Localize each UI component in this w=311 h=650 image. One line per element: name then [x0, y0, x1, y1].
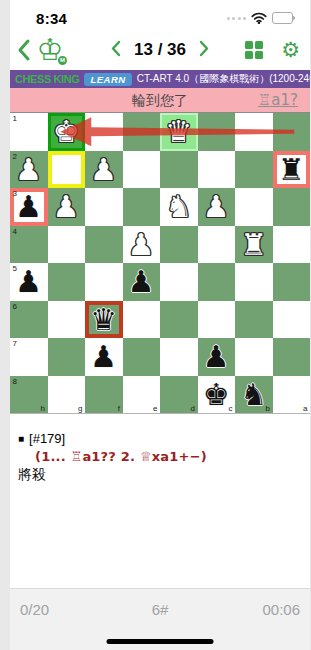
board-grid: 1♚♛♟2♟♜♟3♟♞♟4♟♜♟5♟6♛7♟♟8hgfed♚c♞ba — [10, 113, 310, 413]
footer-bar: 0/20 6# 00:06 — [10, 588, 310, 650]
learn-badge: LEARN — [84, 73, 131, 86]
file-label-d: d — [191, 404, 195, 413]
square-a2[interactable]: ♜ — [273, 151, 311, 189]
annotation-panel: ■ [#179] (1... ♖a1?? 2. ♕xa1+−) 將殺 — [18, 431, 302, 484]
square-a4[interactable] — [273, 226, 311, 264]
square-d2[interactable] — [160, 151, 198, 189]
prompt-banner: 輪到您了 ♖a1? — [10, 88, 310, 113]
brand-bar: CHESS KING LEARN CT-ART 4.0（國際象棋戰術）(1200… — [10, 70, 310, 88]
square-e7[interactable] — [123, 338, 161, 376]
square-d3[interactable]: ♞ — [160, 188, 198, 226]
next-puzzle-button[interactable] — [199, 40, 209, 61]
white-pawn: ♟ — [203, 188, 230, 226]
square-f2[interactable]: ♟ — [85, 151, 123, 189]
square-h6[interactable]: 6 — [10, 301, 48, 339]
square-d5[interactable] — [160, 263, 198, 301]
file-label-g: g — [78, 404, 82, 413]
square-f8[interactable]: f — [85, 376, 123, 414]
wifi-icon — [251, 12, 267, 24]
square-c8[interactable]: ♚c — [198, 376, 236, 414]
square-h3[interactable]: ♟3 — [10, 188, 48, 226]
rank-label-8: 8 — [13, 377, 17, 386]
square-f6[interactable]: ♛ — [85, 301, 123, 339]
chess-board: 1♚♛♟2♟♜♟3♟♞♟4♟♜♟5♟6♛7♟♟8hgfed♚c♞ba — [10, 113, 310, 413]
rank-label-4: 4 — [13, 227, 17, 236]
square-f4[interactable] — [85, 226, 123, 264]
file-label-e: e — [153, 404, 157, 413]
square-e2[interactable] — [123, 151, 161, 189]
square-g2[interactable] — [48, 151, 86, 189]
nav-bar: ♔ M 13 / 36 ⚙ — [10, 30, 310, 70]
rank-label-6: 6 — [13, 302, 17, 311]
white-knight: ♞ — [165, 188, 192, 226]
square-a3[interactable] — [273, 188, 311, 226]
square-b8[interactable]: ♞b — [235, 376, 273, 414]
suggested-move-link[interactable]: ♖a1? — [258, 91, 298, 109]
square-e3[interactable] — [123, 188, 161, 226]
rank-label-7: 7 — [13, 339, 17, 348]
chess-king-logo[interactable]: ♔ M — [33, 32, 67, 68]
black-king: ♚ — [203, 376, 230, 414]
result-label: 將殺 — [18, 466, 302, 484]
rank-label-3: 3 — [13, 189, 17, 198]
white-pawn: ♟ — [90, 151, 117, 189]
square-e8[interactable]: e — [123, 376, 161, 414]
file-label-h: h — [41, 404, 45, 413]
battery-icon — [272, 12, 296, 24]
square-c7[interactable]: ♟ — [198, 338, 236, 376]
black-pawn: ♟ — [15, 188, 42, 226]
square-a6[interactable] — [273, 301, 311, 339]
white-rook: ♜ — [240, 226, 267, 264]
rank-label-5: 5 — [13, 264, 17, 273]
white-pawn: ♟ — [128, 226, 155, 264]
black-pawn: ♟ — [15, 263, 42, 301]
black-to-move-bullet: ■ — [18, 433, 24, 444]
square-a1[interactable] — [273, 113, 311, 151]
square-b3[interactable] — [235, 188, 273, 226]
square-a8[interactable]: a — [273, 376, 311, 414]
square-g3[interactable]: ♟ — [48, 188, 86, 226]
prev-puzzle-button[interactable] — [111, 40, 121, 61]
square-d7[interactable] — [160, 338, 198, 376]
square-b7[interactable] — [235, 338, 273, 376]
back-button[interactable] — [16, 38, 31, 62]
square-a7[interactable] — [273, 338, 311, 376]
square-g1[interactable]: ♚ — [48, 113, 86, 151]
square-h8[interactable]: 8h — [10, 376, 48, 414]
file-label-c: c — [229, 404, 233, 413]
home-indicator[interactable] — [107, 639, 214, 644]
square-d4[interactable] — [160, 226, 198, 264]
square-a5[interactable] — [273, 263, 311, 301]
white-pawn: ♟ — [53, 188, 80, 226]
puzzle-list-button[interactable] — [245, 41, 264, 60]
task-label: 6# — [10, 601, 310, 618]
square-h7[interactable]: 7 — [10, 338, 48, 376]
square-e6[interactable] — [123, 301, 161, 339]
square-d6[interactable] — [160, 301, 198, 339]
variation-line[interactable]: (1... ♖a1?? 2. ♕xa1+−) — [35, 449, 302, 464]
black-queen: ♛ — [90, 301, 117, 339]
square-e5[interactable]: ♟ — [123, 263, 161, 301]
square-g8[interactable]: g — [48, 376, 86, 414]
status-bar: 8:34 — [10, 0, 310, 30]
square-b1[interactable] — [235, 113, 273, 151]
square-b2[interactable] — [235, 151, 273, 189]
black-pawn: ♟ — [203, 338, 230, 376]
square-b6[interactable] — [235, 301, 273, 339]
square-f1[interactable] — [85, 113, 123, 151]
problem-number: [#179] — [29, 431, 65, 446]
file-label-a: a — [303, 404, 307, 413]
chess-king-label: CHESS KING — [15, 73, 79, 85]
square-h4[interactable]: 4 — [10, 226, 48, 264]
black-knight: ♞ — [240, 376, 267, 414]
square-e4[interactable]: ♟ — [123, 226, 161, 264]
clock: 8:34 — [36, 10, 67, 27]
square-g5[interactable] — [48, 263, 86, 301]
white-pawn: ♟ — [15, 151, 42, 189]
logo-m-badge: M — [58, 56, 67, 65]
square-g4[interactable] — [48, 226, 86, 264]
black-pawn: ♟ — [128, 263, 155, 301]
course-title: CT-ART 4.0（國際象棋戰術）(1200-2400 ELO) — [137, 72, 310, 86]
square-f3[interactable] — [85, 188, 123, 226]
square-c6[interactable] — [198, 301, 236, 339]
square-h5[interactable]: ♟5 — [10, 263, 48, 301]
white-queen: ♛ — [165, 113, 192, 151]
square-d1[interactable]: ♛ — [160, 113, 198, 151]
black-rook: ♜ — [278, 151, 305, 189]
rank-label-1: 1 — [13, 114, 17, 123]
square-g6[interactable] — [48, 301, 86, 339]
square-d8[interactable]: d — [160, 376, 198, 414]
square-c3[interactable]: ♟ — [198, 188, 236, 226]
square-b5[interactable] — [235, 263, 273, 301]
square-e1[interactable] — [123, 113, 161, 151]
puzzle-counter: 13 / 36 — [134, 40, 186, 60]
square-f5[interactable] — [85, 263, 123, 301]
file-label-f: f — [118, 404, 120, 413]
black-pawn: ♟ — [90, 338, 117, 376]
square-h1[interactable]: 1 — [10, 113, 48, 151]
app-screen: 8:34 ♔ M 13 / 36 — [10, 0, 310, 650]
square-c2[interactable] — [198, 151, 236, 189]
square-b4[interactable]: ♜ — [235, 226, 273, 264]
cellular-signal-icon — [227, 17, 247, 20]
square-f7[interactable]: ♟ — [85, 338, 123, 376]
rank-label-2: 2 — [13, 152, 17, 161]
square-c1[interactable] — [198, 113, 236, 151]
square-c4[interactable] — [198, 226, 236, 264]
file-label-b: b — [266, 404, 270, 413]
square-h2[interactable]: ♟2 — [10, 151, 48, 189]
settings-gear-button[interactable]: ⚙ — [281, 39, 300, 61]
square-c5[interactable] — [198, 263, 236, 301]
square-g7[interactable] — [48, 338, 86, 376]
white-king: ♚ — [53, 113, 80, 151]
